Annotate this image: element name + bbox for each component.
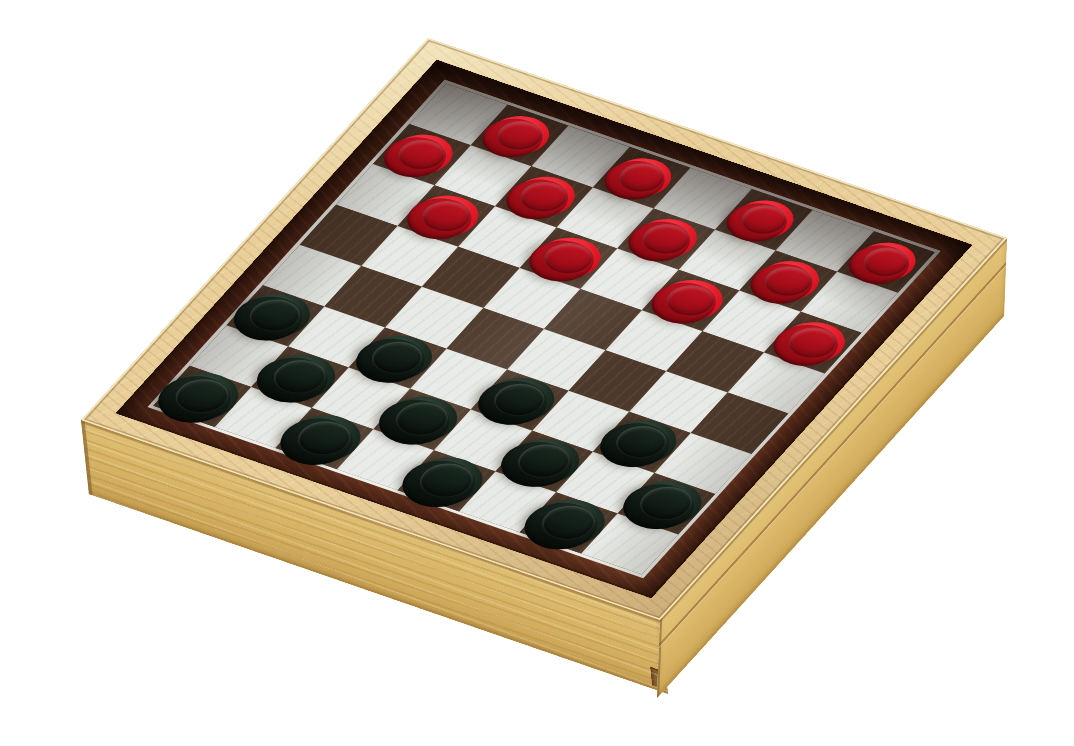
- product-photo: [0, 0, 1074, 746]
